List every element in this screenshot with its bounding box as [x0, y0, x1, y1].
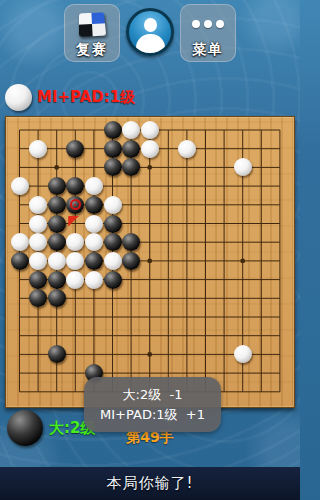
- white-stone: [85, 233, 103, 251]
- white-stone: [85, 177, 103, 195]
- checkered-board-icon: [79, 12, 106, 37]
- gomoku-board[interactable]: [5, 116, 295, 408]
- top-player-name: MI+PAD:1级: [37, 88, 135, 107]
- menu-button-label: 菜单: [192, 41, 224, 57]
- black-stone: [104, 140, 122, 158]
- result-bar: 本局你输了!: [0, 467, 300, 500]
- black-stone: [85, 196, 103, 214]
- white-stone: [66, 271, 84, 289]
- black-stone: [104, 271, 122, 289]
- black-stone: [66, 140, 84, 158]
- player-avatar-button[interactable]: [126, 8, 174, 56]
- person-silhouette-icon: [144, 18, 157, 32]
- black-stone: [122, 252, 140, 270]
- white-stone: [104, 252, 122, 270]
- white-stone: [122, 121, 140, 139]
- black-stone: [104, 158, 122, 176]
- black-stone: [48, 233, 66, 251]
- black-stone: [48, 196, 66, 214]
- black-stone: [104, 121, 122, 139]
- menu-button[interactable]: 菜单: [180, 4, 236, 62]
- white-stone: [29, 140, 47, 158]
- white-stone: [85, 215, 103, 233]
- white-stone: [141, 140, 159, 158]
- black-stone: [104, 233, 122, 251]
- black-stone: [104, 215, 122, 233]
- black-stone: [85, 252, 103, 270]
- white-stone: [29, 215, 47, 233]
- three-dots-icon: [188, 12, 228, 36]
- white-stone: [85, 271, 103, 289]
- toast-line-top-player: MI+PAD:1级 +1: [100, 406, 205, 424]
- white-stone: [11, 233, 29, 251]
- black-stone: [48, 345, 66, 363]
- black-stone: [11, 252, 29, 270]
- white-stone: [141, 121, 159, 139]
- white-stone: [234, 345, 252, 363]
- black-stone: [48, 177, 66, 195]
- top-player-white-stone-icon: [5, 84, 32, 111]
- white-stone: [11, 177, 29, 195]
- black-stone: [122, 140, 140, 158]
- black-stone: [48, 215, 66, 233]
- white-stone: [234, 158, 252, 176]
- rematch-button[interactable]: 复赛: [64, 4, 120, 62]
- white-stone: [29, 196, 47, 214]
- white-stone: [48, 252, 66, 270]
- white-stone: [104, 196, 122, 214]
- white-stone: [29, 252, 47, 270]
- rematch-button-label: 复赛: [76, 41, 108, 57]
- toast-line-bottom-player: 大:2级 -1: [123, 386, 183, 404]
- rating-change-toast: 大:2级 -1 MI+PAD:1级 +1: [84, 377, 221, 432]
- white-stone: [178, 140, 196, 158]
- black-stone: [29, 271, 47, 289]
- black-stone: [48, 289, 66, 307]
- result-text: 本局你输了!: [106, 474, 193, 493]
- black-stone: [48, 271, 66, 289]
